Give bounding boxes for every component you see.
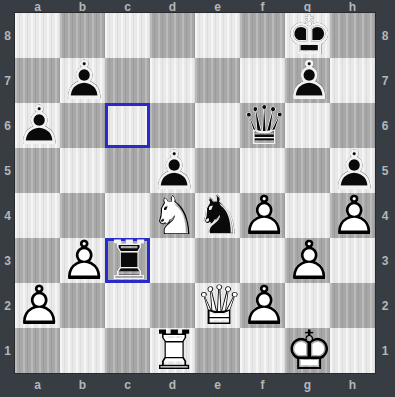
black-pawn-a6[interactable]: ♟♙ (15, 103, 60, 148)
square-c6[interactable] (105, 103, 150, 148)
square-d8[interactable] (150, 13, 195, 58)
square-h3[interactable] (330, 238, 375, 283)
file-label-bottom-e: e (195, 373, 240, 397)
square-a5[interactable] (15, 148, 60, 193)
square-b3[interactable]: ♟♙ (60, 238, 105, 283)
black-knight-e4[interactable]: ♞♘ (195, 193, 240, 238)
square-e8[interactable] (195, 13, 240, 58)
square-c2[interactable] (105, 283, 150, 328)
black-pawn-b7[interactable]: ♟♙ (60, 58, 105, 103)
black-pawn-outline-glyph: ♙ (285, 58, 333, 103)
rank-label-left-4: 4 (0, 193, 15, 238)
black-queen-outline-glyph: ♕ (240, 103, 288, 148)
black-pawn-outline-glyph: ♙ (60, 58, 108, 103)
rank-label-left-2: 2 (0, 283, 15, 328)
chess-app-window: abcdefgh 87654321 ♚♔♟♙♟♙♟♙♛♕♟♙♟♙♞♘♞♘♟♙♟♙… (0, 0, 395, 397)
square-e4[interactable]: ♞♘ (195, 193, 240, 238)
file-label-top-a: a (15, 0, 60, 14)
black-pawn-outline-glyph: ♙ (15, 103, 63, 148)
square-f6[interactable]: ♛♕ (240, 103, 285, 148)
white-queen-e2[interactable]: ♛♕ (195, 283, 240, 328)
rank-label-left-5: 5 (0, 148, 15, 193)
white-pawn-a2[interactable]: ♟♙ (15, 283, 60, 328)
square-c7[interactable] (105, 58, 150, 103)
file-label-top-c: c (105, 0, 150, 14)
rank-label-right-1: 1 (375, 328, 395, 373)
square-g7[interactable]: ♟♙ (285, 58, 330, 103)
black-rook-c3[interactable]: ♜♖ (105, 238, 150, 283)
rank-label-left-7: 7 (0, 58, 15, 103)
white-pawn-outline-glyph: ♙ (285, 238, 333, 283)
rank-labels-left: 87654321 (0, 13, 15, 373)
rank-label-left-1: 1 (0, 328, 15, 373)
rank-label-right-2: 2 (375, 283, 395, 328)
black-knight-outline-glyph: ♘ (195, 193, 243, 238)
rank-label-left-3: 3 (0, 238, 15, 283)
square-d7[interactable] (150, 58, 195, 103)
white-king-outline-glyph: ♔ (285, 328, 333, 373)
square-g1[interactable]: ♚♔ (285, 328, 330, 373)
rank-label-right-7: 7 (375, 58, 395, 103)
file-label-bottom-h: h (330, 373, 375, 397)
file-label-top-d: d (150, 0, 195, 14)
square-b7[interactable]: ♟♙ (60, 58, 105, 103)
square-h4[interactable]: ♟♙ (330, 193, 375, 238)
file-labels-bottom: abcdefgh (15, 373, 375, 397)
square-f2[interactable]: ♟♙ (240, 283, 285, 328)
square-a8[interactable] (15, 13, 60, 58)
square-b5[interactable] (60, 148, 105, 193)
square-f1[interactable] (240, 328, 285, 373)
square-f4[interactable]: ♟♙ (240, 193, 285, 238)
black-pawn-g7[interactable]: ♟♙ (285, 58, 330, 103)
square-b6[interactable] (60, 103, 105, 148)
rank-label-right-6: 6 (375, 103, 395, 148)
square-d4[interactable]: ♞♘ (150, 193, 195, 238)
file-label-top-h: h (330, 0, 375, 14)
rank-label-right-8: 8 (375, 13, 395, 58)
square-a2[interactable]: ♟♙ (15, 283, 60, 328)
square-d3[interactable] (150, 238, 195, 283)
square-h1[interactable] (330, 328, 375, 373)
square-c3[interactable]: ♜♖ (105, 238, 150, 283)
white-pawn-outline-glyph: ♙ (240, 193, 288, 238)
square-g3[interactable]: ♟♙ (285, 238, 330, 283)
chess-board: ♚♔♟♙♟♙♟♙♛♕♟♙♟♙♞♘♞♘♟♙♟♙♟♙♜♖♟♙♟♙♛♕♟♙♜♖♚♔ (15, 13, 375, 373)
square-g6[interactable] (285, 103, 330, 148)
white-knight-outline-glyph: ♘ (150, 193, 198, 238)
white-queen-outline-glyph: ♕ (195, 283, 243, 328)
white-pawn-outline-glyph: ♙ (330, 193, 378, 238)
file-label-top-b: b (60, 0, 105, 14)
rank-label-right-3: 3 (375, 238, 395, 283)
white-pawn-outline-glyph: ♙ (15, 283, 63, 328)
white-pawn-f2[interactable]: ♟♙ (240, 283, 285, 328)
rank-labels-right: 87654321 (375, 13, 395, 373)
square-c1[interactable] (105, 328, 150, 373)
square-a6[interactable]: ♟♙ (15, 103, 60, 148)
square-b1[interactable] (60, 328, 105, 373)
square-e2[interactable]: ♛♕ (195, 283, 240, 328)
square-h7[interactable] (330, 58, 375, 103)
white-pawn-outline-glyph: ♙ (240, 283, 288, 328)
square-c8[interactable] (105, 13, 150, 58)
white-rook-outline-glyph: ♖ (150, 328, 198, 373)
file-label-bottom-f: f (240, 373, 285, 397)
white-pawn-g3[interactable]: ♟♙ (285, 238, 330, 283)
white-knight-d4[interactable]: ♞♘ (150, 193, 195, 238)
file-label-top-f: f (240, 0, 285, 14)
white-rook-d1[interactable]: ♜♖ (150, 328, 195, 373)
black-rook-outline-glyph: ♖ (105, 238, 153, 283)
rank-label-left-6: 6 (0, 103, 15, 148)
square-a1[interactable] (15, 328, 60, 373)
file-label-top-e: e (195, 0, 240, 14)
white-pawn-f4[interactable]: ♟♙ (240, 193, 285, 238)
square-e6[interactable] (195, 103, 240, 148)
white-pawn-b3[interactable]: ♟♙ (60, 238, 105, 283)
rank-label-right-5: 5 (375, 148, 395, 193)
file-label-bottom-c: c (105, 373, 150, 397)
square-h2[interactable] (330, 283, 375, 328)
white-pawn-outline-glyph: ♙ (60, 238, 108, 283)
black-queen-f6[interactable]: ♛♕ (240, 103, 285, 148)
file-label-bottom-b: b (60, 373, 105, 397)
rank-label-left-8: 8 (0, 13, 15, 58)
square-a4[interactable] (15, 193, 60, 238)
file-label-bottom-d: d (150, 373, 195, 397)
file-label-bottom-g: g (285, 373, 330, 397)
square-f8[interactable] (240, 13, 285, 58)
square-d1[interactable]: ♜♖ (150, 328, 195, 373)
square-h8[interactable] (330, 13, 375, 58)
file-label-bottom-a: a (15, 373, 60, 397)
square-e7[interactable] (195, 58, 240, 103)
square-g5[interactable] (285, 148, 330, 193)
square-c5[interactable] (105, 148, 150, 193)
white-pawn-h4[interactable]: ♟♙ (330, 193, 375, 238)
white-king-g1[interactable]: ♚♔ (285, 328, 330, 373)
square-b2[interactable] (60, 283, 105, 328)
square-e1[interactable] (195, 328, 240, 373)
rank-label-right-4: 4 (375, 193, 395, 238)
